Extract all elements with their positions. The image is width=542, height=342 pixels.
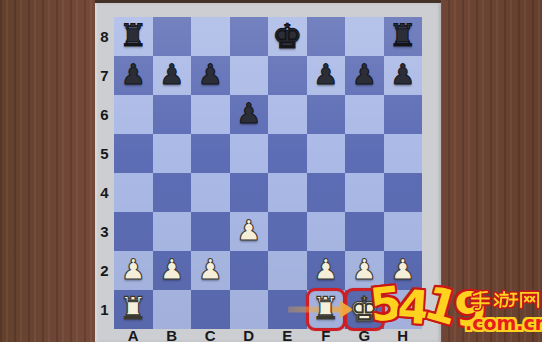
square-e6: [268, 95, 307, 134]
square-b8: [153, 17, 192, 56]
file-label-d: D: [230, 329, 269, 342]
square-d3: ♟: [230, 212, 269, 251]
square-g3: [345, 212, 384, 251]
square-b1: [153, 290, 192, 329]
piece-white-pawn: ♟: [198, 256, 223, 284]
file-label-e: E: [268, 329, 307, 342]
piece-white-pawn: ♟: [313, 256, 338, 284]
piece-black-pawn: ♟: [121, 61, 146, 89]
square-a8: ♜: [114, 17, 153, 56]
square-f2: ♟: [307, 251, 346, 290]
square-d7: [230, 56, 269, 95]
rank-label-3: 3: [95, 212, 114, 251]
square-f6: [307, 95, 346, 134]
square-f7: ♟: [307, 56, 346, 95]
piece-white-rook: ♜: [312, 293, 340, 324]
square-e2: [268, 251, 307, 290]
piece-black-king: ♚: [272, 19, 302, 53]
piece-white-rook: ♜: [119, 293, 147, 324]
piece-black-rook: ♜: [119, 20, 147, 51]
square-b4: [153, 173, 192, 212]
square-f1: ♜: [307, 290, 346, 329]
file-label-a: A: [114, 329, 153, 342]
square-h4: [384, 173, 423, 212]
square-b5: [153, 134, 192, 173]
rank-label-5: 5: [95, 134, 114, 173]
square-g7: ♟: [345, 56, 384, 95]
square-h7: ♟: [384, 56, 423, 95]
square-c7: ♟: [191, 56, 230, 95]
square-e3: [268, 212, 307, 251]
square-a2: ♟: [114, 251, 153, 290]
rank-label-2: 2: [95, 251, 114, 290]
square-e5: [268, 134, 307, 173]
square-b6: [153, 95, 192, 134]
square-c5: [191, 134, 230, 173]
piece-black-pawn: ♟: [352, 61, 377, 89]
square-a3: [114, 212, 153, 251]
square-e4: [268, 173, 307, 212]
square-g5: [345, 134, 384, 173]
piece-white-pawn: ♟: [121, 256, 146, 284]
square-d1: [230, 290, 269, 329]
rank-label-6: 6: [95, 95, 114, 134]
piece-black-pawn: ♟: [198, 61, 223, 89]
piece-black-pawn: ♟: [313, 61, 338, 89]
square-c6: [191, 95, 230, 134]
watermark: 5419 .com.cn: [368, 276, 542, 342]
square-b3: [153, 212, 192, 251]
square-g4: [345, 173, 384, 212]
square-h3: [384, 212, 423, 251]
scene: 87654321 ♜♚♜♟♟♟♟♟♟♟♟♟♟♟♟♟♟♜♜♚ ABCDEFGH 5…: [0, 0, 542, 342]
square-d2: [230, 251, 269, 290]
square-d6: ♟: [230, 95, 269, 134]
square-g8: [345, 17, 384, 56]
piece-black-pawn: ♟: [159, 61, 184, 89]
square-d4: [230, 173, 269, 212]
square-g6: [345, 95, 384, 134]
rank-label-8: 8: [95, 17, 114, 56]
square-a1: ♜: [114, 290, 153, 329]
square-d5: [230, 134, 269, 173]
watermark-cjk-text: [469, 287, 541, 312]
rank-label-1: 1: [95, 290, 114, 329]
file-label-b: B: [153, 329, 192, 342]
watermark-domain: .com.cn: [465, 312, 542, 334]
file-label-c: C: [191, 329, 230, 342]
square-b2: ♟: [153, 251, 192, 290]
square-h5: [384, 134, 423, 173]
square-h8: ♜: [384, 17, 423, 56]
square-f3: [307, 212, 346, 251]
square-f5: [307, 134, 346, 173]
square-f4: [307, 173, 346, 212]
piece-black-pawn: ♟: [236, 100, 261, 128]
square-d8: [230, 17, 269, 56]
square-c3: [191, 212, 230, 251]
rank-labels: 87654321: [95, 17, 114, 329]
square-b7: ♟: [153, 56, 192, 95]
rank-label-4: 4: [95, 173, 114, 212]
piece-white-pawn: ♟: [159, 256, 184, 284]
square-f8: [307, 17, 346, 56]
square-a4: [114, 173, 153, 212]
square-c4: [191, 173, 230, 212]
square-c8: [191, 17, 230, 56]
square-c2: ♟: [191, 251, 230, 290]
square-a5: [114, 134, 153, 173]
square-c1: [191, 290, 230, 329]
piece-black-pawn: ♟: [390, 61, 415, 89]
piece-black-rook: ♜: [389, 20, 417, 51]
rank-label-7: 7: [95, 56, 114, 95]
square-e7: [268, 56, 307, 95]
square-a6: [114, 95, 153, 134]
square-e1: [268, 290, 307, 329]
square-e8: ♚: [268, 17, 307, 56]
square-h6: [384, 95, 423, 134]
piece-white-pawn: ♟: [236, 217, 261, 245]
square-a7: ♟: [114, 56, 153, 95]
